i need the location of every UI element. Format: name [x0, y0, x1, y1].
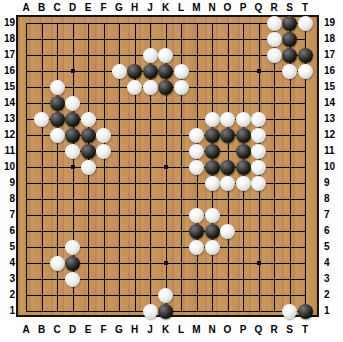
stone-black-O12[interactable]: [220, 128, 235, 143]
col-label-bottom-P: P: [237, 325, 249, 335]
stone-black-O10[interactable]: [220, 160, 235, 175]
stone-white-O13[interactable]: [220, 112, 235, 127]
row-label-right-10: 10: [324, 162, 340, 172]
row-label-right-3: 3: [324, 274, 340, 284]
row-label-right-9: 9: [324, 178, 340, 188]
stone-white-T19[interactable]: [298, 16, 313, 31]
row-label-right-15: 15: [324, 82, 340, 92]
stone-black-N12[interactable]: [205, 128, 220, 143]
stone-white-K17[interactable]: [158, 48, 173, 63]
stone-white-Q10[interactable]: [251, 160, 266, 175]
row-label-right-13: 13: [324, 114, 340, 124]
stone-white-M12[interactable]: [189, 128, 204, 143]
star-point-D10: [71, 165, 75, 169]
row-label-right-5: 5: [324, 242, 340, 252]
col-label-bottom-K: K: [160, 325, 172, 335]
col-label-bottom-M: M: [191, 325, 203, 335]
stone-white-P13[interactable]: [236, 112, 251, 127]
star-point-D16: [71, 69, 75, 73]
stone-white-P9[interactable]: [236, 176, 251, 191]
stone-white-C15[interactable]: [50, 80, 65, 95]
row-label-left-10: 10: [0, 162, 15, 172]
stone-white-G16[interactable]: [112, 64, 127, 79]
row-label-right-17: 17: [324, 50, 340, 60]
row-label-left-7: 7: [0, 210, 15, 220]
col-label-top-L: L: [175, 3, 187, 13]
stone-black-D12[interactable]: [65, 128, 80, 143]
stone-white-K2[interactable]: [158, 288, 173, 303]
col-label-top-P: P: [237, 3, 249, 13]
col-label-bottom-C: C: [51, 325, 63, 335]
stone-black-N11[interactable]: [205, 144, 220, 159]
row-label-left-4: 4: [0, 258, 15, 268]
stone-white-N9[interactable]: [205, 176, 220, 191]
grid-vline: [42, 23, 43, 312]
row-label-left-14: 14: [0, 98, 15, 108]
stone-white-C4[interactable]: [50, 256, 65, 271]
stone-black-S17[interactable]: [282, 48, 297, 63]
stone-white-N5[interactable]: [205, 240, 220, 255]
star-point-Q4: [257, 261, 261, 265]
col-label-bottom-B: B: [36, 325, 48, 335]
stone-white-S16[interactable]: [282, 64, 297, 79]
stone-black-N6[interactable]: [205, 224, 220, 239]
col-label-bottom-F: F: [98, 325, 110, 335]
grid-vline: [274, 23, 275, 312]
stone-white-N7[interactable]: [205, 208, 220, 223]
stone-white-M5[interactable]: [189, 240, 204, 255]
stone-white-O6[interactable]: [220, 224, 235, 239]
row-label-left-3: 3: [0, 274, 15, 284]
row-label-right-11: 11: [324, 146, 340, 156]
row-label-right-14: 14: [324, 98, 340, 108]
stone-white-F12[interactable]: [96, 128, 111, 143]
stone-black-P11[interactable]: [236, 144, 251, 159]
row-label-left-11: 11: [0, 146, 15, 156]
col-label-bottom-R: R: [268, 325, 280, 335]
col-label-top-F: F: [98, 3, 110, 13]
stone-black-J16[interactable]: [143, 64, 158, 79]
col-label-bottom-H: H: [129, 325, 141, 335]
stone-black-N10[interactable]: [205, 160, 220, 175]
col-label-top-C: C: [51, 3, 63, 13]
stone-white-M7[interactable]: [189, 208, 204, 223]
stone-white-T16[interactable]: [298, 64, 313, 79]
row-label-left-18: 18: [0, 34, 15, 44]
stone-white-B13[interactable]: [34, 112, 49, 127]
col-label-bottom-N: N: [206, 325, 218, 335]
stone-white-R18[interactable]: [267, 32, 282, 47]
stone-white-D5[interactable]: [65, 240, 80, 255]
row-label-left-15: 15: [0, 82, 15, 92]
row-label-right-4: 4: [324, 258, 340, 268]
stone-black-C13[interactable]: [50, 112, 65, 127]
grid-vline: [26, 23, 27, 312]
row-label-left-9: 9: [0, 178, 15, 188]
stone-black-D13[interactable]: [65, 112, 80, 127]
stone-black-P10[interactable]: [236, 160, 251, 175]
col-label-top-H: H: [129, 3, 141, 13]
col-label-top-N: N: [206, 3, 218, 13]
col-label-top-A: A: [20, 3, 32, 13]
stone-white-D14[interactable]: [65, 96, 80, 111]
col-label-top-R: R: [268, 3, 280, 13]
col-label-top-M: M: [191, 3, 203, 13]
row-label-right-18: 18: [324, 34, 340, 44]
col-label-top-D: D: [67, 3, 79, 13]
stone-white-R17[interactable]: [267, 48, 282, 63]
row-label-right-7: 7: [324, 210, 340, 220]
row-label-right-12: 12: [324, 130, 340, 140]
col-label-top-B: B: [36, 3, 48, 13]
stone-black-S19[interactable]: [282, 16, 297, 31]
stone-black-K16[interactable]: [158, 64, 173, 79]
col-label-bottom-D: D: [67, 325, 79, 335]
row-label-left-2: 2: [0, 290, 15, 300]
stone-white-Q9[interactable]: [251, 176, 266, 191]
stone-black-S18[interactable]: [282, 32, 297, 47]
stone-black-T17[interactable]: [298, 48, 313, 63]
row-label-left-19: 19: [0, 18, 15, 28]
stone-white-D3[interactable]: [65, 272, 80, 287]
col-label-top-E: E: [82, 3, 94, 13]
col-label-top-Q: Q: [253, 3, 265, 13]
stone-white-R19[interactable]: [267, 16, 282, 31]
col-label-bottom-E: E: [82, 325, 94, 335]
star-point-Q16: [257, 69, 261, 73]
star-point-K4: [164, 261, 168, 265]
row-label-right-1: 1: [324, 306, 340, 316]
stone-white-C12[interactable]: [50, 128, 65, 143]
row-label-right-8: 8: [324, 194, 340, 204]
stone-white-J17[interactable]: [143, 48, 158, 63]
col-label-top-S: S: [284, 3, 296, 13]
stone-white-L15[interactable]: [174, 80, 189, 95]
row-label-left-17: 17: [0, 50, 15, 60]
row-label-left-13: 13: [0, 114, 15, 124]
col-label-top-J: J: [144, 3, 156, 13]
stone-white-O9[interactable]: [220, 176, 235, 191]
stone-white-D11[interactable]: [65, 144, 80, 159]
stone-white-H15[interactable]: [127, 80, 142, 95]
col-label-bottom-S: S: [284, 325, 296, 335]
stone-white-Q13[interactable]: [251, 112, 266, 127]
stone-white-E10[interactable]: [81, 160, 96, 175]
stone-black-C14[interactable]: [50, 96, 65, 111]
col-label-bottom-T: T: [299, 325, 311, 335]
stone-white-Q12[interactable]: [251, 128, 266, 143]
stone-black-T1[interactable]: [298, 304, 313, 319]
stone-white-J15[interactable]: [143, 80, 158, 95]
stone-white-S1[interactable]: [282, 304, 297, 319]
stone-black-E12[interactable]: [81, 128, 96, 143]
go-game-screenshot: AABBCCDDEEFFGGHHJJKKLLMMNNOOPPQQRRSSTT19…: [0, 0, 343, 342]
col-label-bottom-Q: Q: [253, 325, 265, 335]
row-label-right-2: 2: [324, 290, 340, 300]
stone-white-J1[interactable]: [143, 304, 158, 319]
col-label-bottom-L: L: [175, 325, 187, 335]
row-label-left-1: 1: [0, 306, 15, 316]
row-label-right-19: 19: [324, 18, 340, 28]
stone-white-Q11[interactable]: [251, 144, 266, 159]
stone-black-K1[interactable]: [158, 304, 173, 319]
stone-white-M10[interactable]: [189, 160, 204, 175]
col-label-top-O: O: [222, 3, 234, 13]
stone-black-D4[interactable]: [65, 256, 80, 271]
star-point-K10: [164, 165, 168, 169]
row-label-left-5: 5: [0, 242, 15, 252]
row-label-left-6: 6: [0, 226, 15, 236]
grid-vline: [104, 23, 105, 312]
col-label-top-T: T: [299, 3, 311, 13]
stone-white-E13[interactable]: [81, 112, 96, 127]
stone-white-N13[interactable]: [205, 112, 220, 127]
stone-white-L16[interactable]: [174, 64, 189, 79]
row-label-left-12: 12: [0, 130, 15, 140]
row-label-right-6: 6: [324, 226, 340, 236]
stone-black-P12[interactable]: [236, 128, 251, 143]
col-label-bottom-O: O: [222, 325, 234, 335]
stone-black-H16[interactable]: [127, 64, 142, 79]
stone-black-E11[interactable]: [81, 144, 96, 159]
col-label-bottom-J: J: [144, 325, 156, 335]
go-board[interactable]: [16, 15, 319, 317]
col-label-top-K: K: [160, 3, 172, 13]
col-label-bottom-A: A: [20, 325, 32, 335]
stone-white-F11[interactable]: [96, 144, 111, 159]
stone-black-M6[interactable]: [189, 224, 204, 239]
col-label-top-G: G: [113, 3, 125, 13]
col-label-bottom-G: G: [113, 325, 125, 335]
stone-black-K15[interactable]: [158, 80, 173, 95]
stone-white-M11[interactable]: [189, 144, 204, 159]
row-label-right-16: 16: [324, 66, 340, 76]
row-label-left-8: 8: [0, 194, 15, 204]
row-label-left-16: 16: [0, 66, 15, 76]
